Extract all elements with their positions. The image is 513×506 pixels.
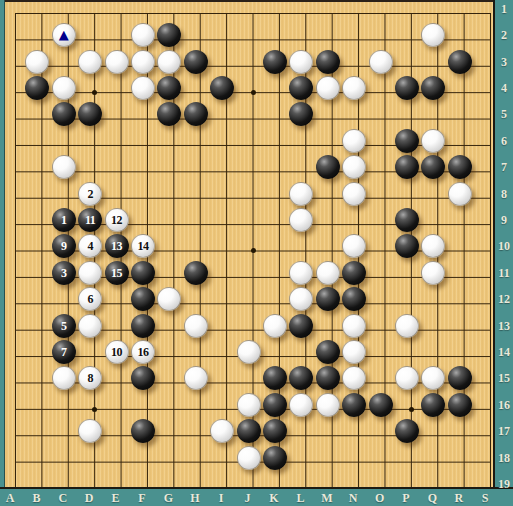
white-stone[interactable] xyxy=(421,261,445,285)
row-label: 12 xyxy=(495,292,513,306)
column-label: E xyxy=(107,491,125,505)
column-label: G xyxy=(159,491,177,505)
white-stone[interactable]: 16 xyxy=(131,340,155,364)
white-stone[interactable] xyxy=(342,314,366,338)
black-stone[interactable] xyxy=(263,419,287,443)
row-label: 19 xyxy=(495,477,513,491)
column-label: N xyxy=(344,491,362,505)
row-label: 2 xyxy=(495,28,513,42)
white-stone[interactable] xyxy=(78,314,102,338)
star-point xyxy=(409,407,414,412)
move-number: 4 xyxy=(87,240,93,252)
board-left-frame xyxy=(0,0,5,506)
white-stone[interactable] xyxy=(52,366,76,390)
move-number: 13 xyxy=(111,240,122,252)
black-stone[interactable] xyxy=(210,76,234,100)
black-stone[interactable] xyxy=(131,261,155,285)
white-stone[interactable] xyxy=(342,129,366,153)
white-stone[interactable] xyxy=(342,182,366,206)
white-stone[interactable] xyxy=(289,182,313,206)
black-stone[interactable] xyxy=(395,129,419,153)
white-stone[interactable] xyxy=(421,129,445,153)
black-stone[interactable]: 5 xyxy=(52,314,76,338)
black-stone[interactable] xyxy=(316,50,340,74)
white-stone[interactable]: 12 xyxy=(105,208,129,232)
column-label: D xyxy=(80,491,98,505)
column-label: P xyxy=(397,491,415,505)
white-stone[interactable] xyxy=(395,314,419,338)
go-board-viewer: ▲21111294131431565710168 ABCDEFGHIJKLMNO… xyxy=(0,0,513,506)
white-stone[interactable] xyxy=(184,366,208,390)
white-stone[interactable] xyxy=(369,50,393,74)
white-stone[interactable] xyxy=(289,50,313,74)
black-stone[interactable] xyxy=(395,419,419,443)
star-point xyxy=(251,90,256,95)
move-number: 11 xyxy=(85,214,95,226)
black-stone[interactable] xyxy=(369,393,393,417)
white-stone[interactable] xyxy=(316,261,340,285)
black-stone[interactable]: 15 xyxy=(105,261,129,285)
black-stone[interactable] xyxy=(263,446,287,470)
move-number: 6 xyxy=(87,293,93,305)
black-stone[interactable] xyxy=(184,50,208,74)
move-number: 15 xyxy=(111,267,122,279)
column-label: I xyxy=(212,491,230,505)
column-label: J xyxy=(239,491,257,505)
black-stone[interactable] xyxy=(184,261,208,285)
black-stone[interactable] xyxy=(131,314,155,338)
white-stone[interactable] xyxy=(78,261,102,285)
row-label: 11 xyxy=(495,266,513,280)
black-stone[interactable] xyxy=(395,208,419,232)
black-stone[interactable] xyxy=(316,155,340,179)
move-number: 12 xyxy=(111,214,122,226)
white-stone[interactable] xyxy=(184,314,208,338)
black-stone[interactable] xyxy=(421,393,445,417)
white-stone[interactable]: ▲ xyxy=(52,23,76,47)
white-stone[interactable] xyxy=(448,182,472,206)
white-stone[interactable] xyxy=(316,393,340,417)
white-stone[interactable]: 2 xyxy=(78,182,102,206)
column-label: Q xyxy=(423,491,441,505)
white-stone[interactable]: 10 xyxy=(105,340,129,364)
white-stone[interactable] xyxy=(342,76,366,100)
row-label: 9 xyxy=(495,213,513,227)
row-label: 1 xyxy=(495,2,513,16)
white-stone[interactable] xyxy=(52,155,76,179)
black-stone[interactable] xyxy=(316,340,340,364)
white-stone[interactable] xyxy=(316,76,340,100)
row-label: 17 xyxy=(495,424,513,438)
white-stone[interactable] xyxy=(25,50,49,74)
black-stone[interactable] xyxy=(131,419,155,443)
move-number: 5 xyxy=(61,320,67,332)
move-number: 8 xyxy=(87,372,93,384)
column-label: M xyxy=(318,491,336,505)
row-label: 7 xyxy=(495,160,513,174)
move-number: 16 xyxy=(138,346,149,358)
black-stone[interactable] xyxy=(395,155,419,179)
black-stone[interactable] xyxy=(184,102,208,126)
row-label: 10 xyxy=(495,239,513,253)
row-label: 5 xyxy=(495,107,513,121)
column-label: K xyxy=(265,491,283,505)
black-stone[interactable] xyxy=(342,261,366,285)
column-label: L xyxy=(291,491,309,505)
column-label: A xyxy=(1,491,19,505)
white-stone[interactable] xyxy=(131,76,155,100)
row-label: 15 xyxy=(495,371,513,385)
white-stone[interactable] xyxy=(237,446,261,470)
white-stone[interactable] xyxy=(237,340,261,364)
star-point xyxy=(251,248,256,253)
black-stone[interactable] xyxy=(395,76,419,100)
row-label: 3 xyxy=(495,55,513,69)
black-stone[interactable] xyxy=(448,366,472,390)
column-label: S xyxy=(476,491,494,505)
column-label: F xyxy=(133,491,151,505)
black-stone[interactable] xyxy=(52,102,76,126)
column-label: H xyxy=(186,491,204,505)
column-label: R xyxy=(450,491,468,505)
black-stone[interactable]: 13 xyxy=(105,234,129,258)
white-stone[interactable] xyxy=(78,50,102,74)
black-stone[interactable]: 1 xyxy=(52,208,76,232)
white-stone[interactable] xyxy=(52,76,76,100)
column-label: B xyxy=(27,491,45,505)
black-stone[interactable] xyxy=(342,393,366,417)
row-label: 6 xyxy=(495,134,513,148)
black-stone[interactable]: 9 xyxy=(52,234,76,258)
black-stone[interactable] xyxy=(316,366,340,390)
white-stone[interactable] xyxy=(131,23,155,47)
move-number: 1 xyxy=(61,214,67,226)
row-label: 14 xyxy=(495,345,513,359)
black-stone[interactable]: 11 xyxy=(78,208,102,232)
row-label: 16 xyxy=(495,398,513,412)
move-number: 14 xyxy=(138,240,149,252)
black-stone[interactable] xyxy=(131,287,155,311)
column-label: C xyxy=(54,491,72,505)
move-number: 7 xyxy=(61,346,67,358)
white-stone[interactable] xyxy=(289,393,313,417)
black-stone[interactable] xyxy=(289,314,313,338)
row-label: 8 xyxy=(495,187,513,201)
row-label: 18 xyxy=(495,451,513,465)
move-number: 2 xyxy=(87,188,93,200)
black-stone[interactable] xyxy=(448,393,472,417)
move-number: 3 xyxy=(61,267,67,279)
black-stone[interactable] xyxy=(237,419,261,443)
row-label: 4 xyxy=(495,81,513,95)
black-stone[interactable] xyxy=(263,50,287,74)
black-stone[interactable] xyxy=(448,155,472,179)
white-stone[interactable] xyxy=(157,50,181,74)
board-top-edge xyxy=(0,0,513,2)
white-stone[interactable] xyxy=(237,393,261,417)
triangle-marker-icon: ▲ xyxy=(59,28,69,41)
star-point xyxy=(92,407,97,412)
row-label: 13 xyxy=(495,319,513,333)
black-stone[interactable] xyxy=(316,287,340,311)
move-number: 10 xyxy=(111,346,122,358)
white-stone[interactable] xyxy=(342,340,366,364)
white-stone[interactable] xyxy=(105,50,129,74)
white-stone[interactable] xyxy=(289,261,313,285)
black-stone[interactable] xyxy=(263,393,287,417)
white-stone[interactable] xyxy=(131,50,155,74)
move-number: 9 xyxy=(61,240,67,252)
white-stone[interactable] xyxy=(263,314,287,338)
black-stone[interactable] xyxy=(448,50,472,74)
black-stone[interactable]: 7 xyxy=(52,340,76,364)
column-label: O xyxy=(371,491,389,505)
black-stone[interactable]: 3 xyxy=(52,261,76,285)
